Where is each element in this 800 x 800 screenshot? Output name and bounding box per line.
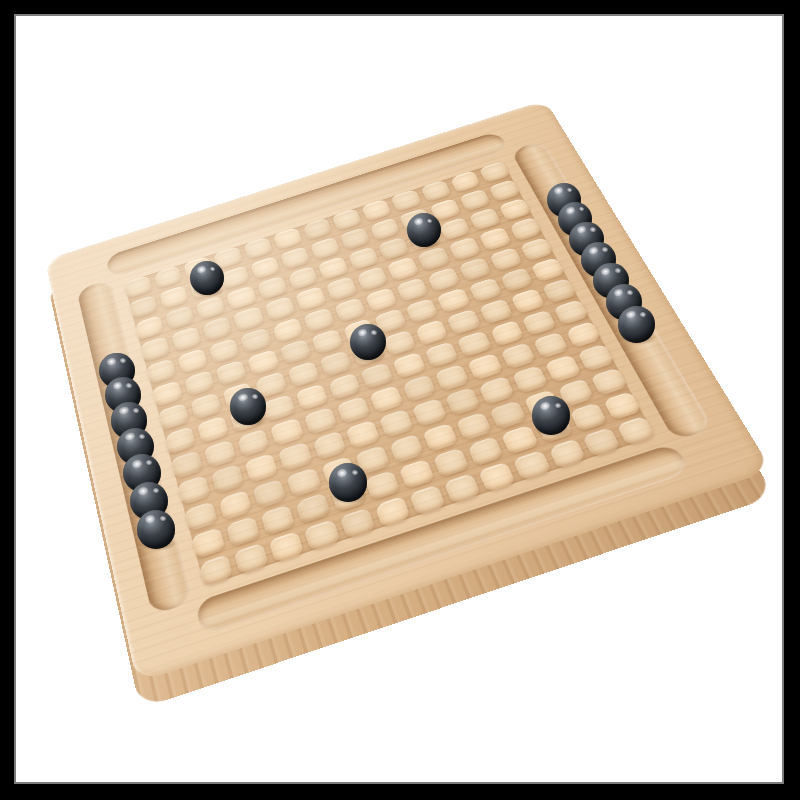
board-pocket [339,508,376,540]
board-pocket [445,387,481,415]
board-pocket [342,318,375,344]
board-pocket [287,361,320,388]
board-pocket [226,516,261,547]
board-pocket [521,310,557,337]
board-pocket [398,459,435,489]
board-pocket [616,416,655,446]
board-pocket [478,461,516,492]
board-pocket [326,276,358,301]
board-pocket [334,297,366,323]
board-pocket [184,501,218,532]
board-pocket [533,332,569,359]
board-pocket [202,316,233,342]
board-pocket [547,439,586,469]
board-pocket [370,217,401,241]
board-pocket [184,370,216,397]
board-pocket [279,339,311,365]
board-pocket [457,331,492,358]
board-pocket [171,326,202,352]
board-pocket [177,475,210,505]
board-pocket [304,519,340,551]
board-pocket [409,484,446,515]
board-pocket [458,257,492,282]
board-pocket [287,266,318,290]
board-pocket [318,256,349,280]
board-pocket [433,447,470,477]
board-pocket [262,394,295,422]
board-pocket [211,464,245,494]
board-pocket [425,341,460,368]
board-pocket [388,433,424,463]
board-pocket [319,350,352,377]
board-pocket [478,227,511,251]
board-pocket [456,411,493,440]
board-pocket [402,375,437,403]
board-pocket [501,425,539,455]
board-pocket [204,439,237,468]
board-pocket [255,371,288,398]
board-pocket [336,396,370,424]
board-pocket [468,277,502,303]
board-pocket [312,431,347,460]
board-pocket [427,267,460,292]
board-pocket [356,266,388,291]
board-pocket [257,276,288,301]
board-pocket [489,247,523,272]
board-pocket [303,407,337,435]
board-pocket [190,392,222,420]
board-pocket [171,450,204,479]
board-pocket [418,247,451,271]
board-pocket [190,275,220,299]
board-pocket [245,453,279,483]
board-pocket [513,450,551,481]
board-pocket [303,307,335,333]
board-pocket [165,305,195,330]
board-pocket [158,403,190,431]
board-pocket [467,353,503,381]
board-pocket [216,359,248,386]
board-pocket [218,489,252,519]
board-pocket [488,179,520,202]
board-pocket [253,478,288,508]
board-pocket [198,554,233,586]
board-pocket [467,436,504,466]
board-pocket [490,400,527,429]
board-pocket [379,409,414,438]
board-pocket [412,398,448,427]
board-pocket [164,426,196,454]
board-pocket [345,420,380,449]
board-pocket [237,429,270,458]
screenshot-frame [0,0,800,800]
board-pocket [240,327,272,353]
board-pocket [234,542,269,574]
board-pocket [530,257,565,282]
board-pocket [422,422,458,451]
board-pocket [154,265,183,289]
board-pocket [510,288,545,314]
board-pocket [478,376,514,404]
board-pocket [520,237,554,262]
photo-background [14,14,784,784]
board-pocket [269,531,305,563]
board-pocket [582,427,621,457]
board-pocket [278,442,312,471]
board-pocket [233,306,264,331]
board-pocket [544,355,581,383]
board-pocket [415,319,449,345]
board-pocket [437,288,471,314]
board-pocket [553,299,589,325]
board-pocket [226,286,257,311]
board-pocket [557,378,595,407]
board-pocket [374,496,411,527]
board-pocket [348,246,380,270]
board-pocket [392,352,426,379]
board-pocket [569,402,607,431]
board-pocket [351,340,385,367]
board-pocket [146,358,177,384]
board-pocket [542,278,577,304]
board-pocket [287,467,322,497]
board-pocket [328,373,362,401]
board-pocket [135,315,165,340]
board-pocket [184,256,213,280]
board-pocket [499,198,532,222]
board-pocket [500,342,536,369]
board-pocket [360,362,394,389]
board-pocket [405,298,439,324]
board-pocket [535,413,573,443]
board-pocket [270,418,304,447]
board-pocket [396,277,429,302]
board-pocket [280,246,311,270]
board-pocket [577,344,614,372]
board-pocket [295,286,327,311]
board-pocket [247,349,279,376]
board-pocket [478,298,513,324]
board-pocket [321,456,356,486]
board-pocket [511,365,548,393]
board-pocket [383,330,417,357]
board-pocket [459,189,491,212]
board-pocket [197,416,230,444]
board-pocket [509,217,543,241]
board-pocket [311,328,344,354]
board-pocket [364,470,400,501]
board-pocket [438,217,470,241]
board-pocket [177,348,208,374]
board-pocket [499,267,533,292]
board-pocket [429,198,461,221]
scene [14,14,784,784]
board-pocket [469,208,502,232]
board-pocket [408,227,440,251]
board-pocket [387,257,419,282]
board-pocket [590,367,628,396]
board-pocket [159,285,189,309]
board-pocket [435,364,470,392]
board-pocket [447,309,481,335]
board-pocket [124,275,153,299]
board-pocket [272,317,304,343]
board-pocket [365,287,398,312]
board-pocket [140,336,170,362]
board-pocket [295,384,328,412]
board-pocket [209,338,240,364]
board-pocket [196,296,226,321]
board-pocket [191,527,225,558]
board-pocket [378,237,410,261]
board-pocket [489,320,524,347]
board-pocket [230,405,263,433]
board-pocket [444,473,482,504]
board-pocket [369,385,404,413]
board-pocket [264,296,295,321]
board-pocket [152,380,183,407]
board-pocket [330,481,366,512]
board-pocket [295,493,331,524]
board-pocket [523,389,560,418]
board-pocket [399,208,431,231]
board-pocket [355,445,391,475]
board-pocket [261,504,296,535]
board-pocket [565,321,602,348]
board-pocket [223,382,255,409]
board-pocket [374,308,407,334]
board-pocket [448,237,481,261]
board-pocket [603,391,642,420]
